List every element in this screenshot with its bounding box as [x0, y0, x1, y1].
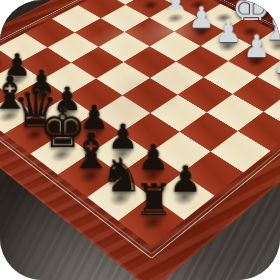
white-pawn[interactable]: ♟ [273, 47, 280, 78]
app-icon-chess: ♜♟♟♜♞♟♟♞♝♟♟♝♛♟♟♛♚♟♟♚♝♟♟♝♞♟♟♞♜♟♟♜ [0, 0, 280, 280]
board-grid: ♜♟♟♜♞♟♟♞♝♟♟♝♛♟♟♛♚♟♟♚♝♟♟♝♞♟♟♞♜♟♟♜ [0, 0, 280, 246]
black-pawn[interactable]: ♟ [169, 161, 202, 198]
chess-board: ♜♟♟♜♞♟♟♞♝♟♟♝♛♟♟♛♚♟♟♚♝♟♟♝♞♟♟♞♜♟♟♜ [0, 0, 280, 280]
icon-canvas: ♜♟♟♜♞♟♟♞♝♟♟♝♛♟♟♛♚♟♟♚♝♟♟♝♞♟♟♞♜♟♟♜ [0, 0, 280, 280]
white-pawn[interactable]: ♟ [215, 17, 241, 46]
board-scene: ♜♟♟♜♞♟♟♞♝♟♟♝♛♟♟♛♚♟♟♚♝♟♟♝♞♟♟♞♜♟♟♜ [0, 0, 280, 280]
white-pawn[interactable]: ♟ [163, 0, 188, 19]
white-pawn[interactable]: ♟ [243, 32, 270, 62]
white-pawn[interactable]: ♟ [189, 4, 215, 33]
black-rook[interactable]: ♜ [134, 178, 174, 222]
white-pawn[interactable]: ♟ [139, 0, 164, 6]
